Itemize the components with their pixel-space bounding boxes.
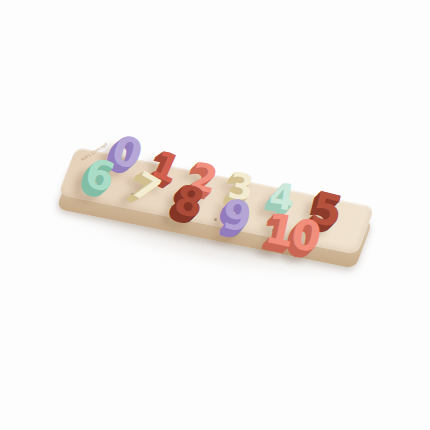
product-photo: Kid's Concept 0 1 2 3 4 5 6 7 8 9 10: [0, 0, 430, 430]
peg-hole: [214, 218, 217, 221]
puzzle-piece-10: 10: [262, 207, 322, 259]
puzzle-piece-9: 9: [220, 194, 254, 239]
